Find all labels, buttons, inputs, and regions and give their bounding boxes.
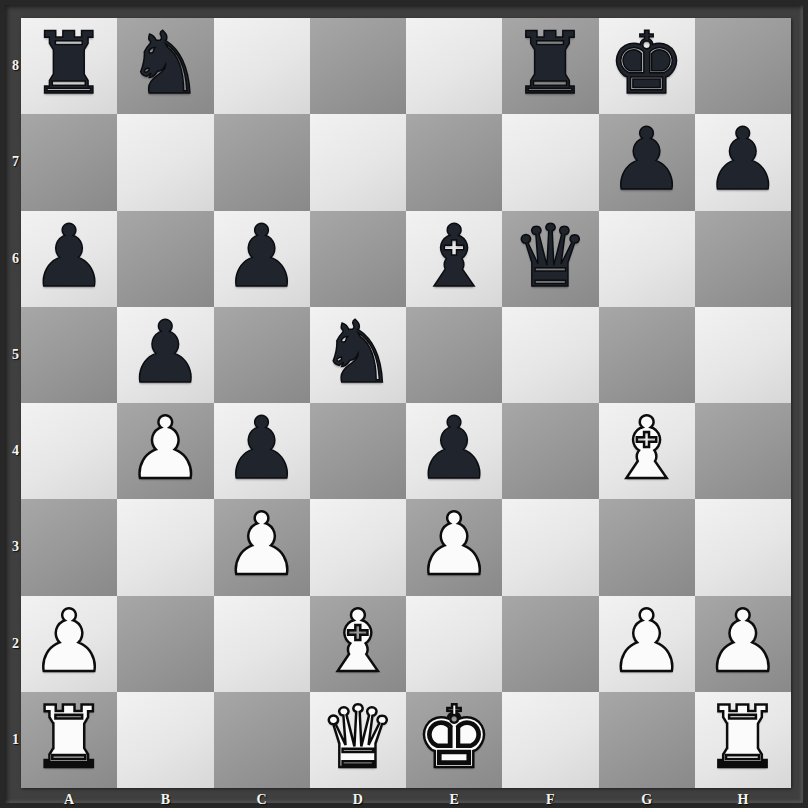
file-label-d: D xyxy=(310,788,406,808)
square-c4[interactable]: ♟ xyxy=(214,403,310,499)
square-g4[interactable]: ♝ xyxy=(599,403,695,499)
square-h7[interactable]: ♟ xyxy=(695,114,791,210)
square-b4[interactable]: ♟ xyxy=(117,403,213,499)
rank-label-3: 3 xyxy=(5,499,26,595)
white-king-e1: ♚ xyxy=(416,692,493,785)
file-label-c: C xyxy=(214,788,310,808)
white-pawn-c3: ♟ xyxy=(223,499,300,592)
chess-board: ♜♞♜♚♟♟♟♟♝♛♟♞♟♟♟♝♟♟♟♝♟♟♜♛♚♜87654321ABCDEF… xyxy=(21,18,791,788)
square-a4[interactable] xyxy=(21,403,117,499)
square-b3[interactable] xyxy=(117,499,213,595)
file-label-h: H xyxy=(695,788,791,808)
rank-label-6: 6 xyxy=(5,211,26,307)
white-bishop-d2: ♝ xyxy=(319,596,396,689)
square-f3[interactable] xyxy=(502,499,598,595)
square-e2[interactable] xyxy=(406,596,502,692)
square-a5[interactable] xyxy=(21,307,117,403)
square-c2[interactable] xyxy=(214,596,310,692)
square-h6[interactable] xyxy=(695,211,791,307)
square-h1[interactable]: ♜ xyxy=(695,692,791,788)
square-f4[interactable] xyxy=(502,403,598,499)
black-knight-d5: ♞ xyxy=(319,307,396,400)
square-h8[interactable] xyxy=(695,18,791,114)
square-g8[interactable]: ♚ xyxy=(599,18,695,114)
square-a8[interactable]: ♜ xyxy=(21,18,117,114)
square-a2[interactable]: ♟ xyxy=(21,596,117,692)
square-b5[interactable]: ♟ xyxy=(117,307,213,403)
white-bishop-g4: ♝ xyxy=(608,403,685,496)
square-e6[interactable]: ♝ xyxy=(406,211,502,307)
square-d1[interactable]: ♛ xyxy=(310,692,406,788)
white-pawn-b4: ♟ xyxy=(127,403,204,496)
file-label-e: E xyxy=(406,788,502,808)
square-b2[interactable] xyxy=(117,596,213,692)
square-b8[interactable]: ♞ xyxy=(117,18,213,114)
square-f7[interactable] xyxy=(502,114,598,210)
square-h4[interactable] xyxy=(695,403,791,499)
square-g6[interactable] xyxy=(599,211,695,307)
rank-label-5: 5 xyxy=(5,307,26,403)
white-pawn-e3: ♟ xyxy=(416,499,493,592)
black-bishop-e6: ♝ xyxy=(416,211,493,304)
square-c5[interactable] xyxy=(214,307,310,403)
square-h2[interactable]: ♟ xyxy=(695,596,791,692)
square-d5[interactable]: ♞ xyxy=(310,307,406,403)
file-label-a: A xyxy=(21,788,117,808)
black-pawn-c6: ♟ xyxy=(223,211,300,304)
square-c1[interactable] xyxy=(214,692,310,788)
file-label-g: G xyxy=(599,788,695,808)
black-pawn-e4: ♟ xyxy=(416,403,493,496)
square-a1[interactable]: ♜ xyxy=(21,692,117,788)
square-f5[interactable] xyxy=(502,307,598,403)
square-d7[interactable] xyxy=(310,114,406,210)
square-h3[interactable] xyxy=(695,499,791,595)
square-b1[interactable] xyxy=(117,692,213,788)
file-label-b: B xyxy=(117,788,213,808)
black-knight-b8: ♞ xyxy=(127,18,204,111)
white-pawn-g2: ♟ xyxy=(608,596,685,689)
square-e1[interactable]: ♚ xyxy=(406,692,502,788)
square-e3[interactable]: ♟ xyxy=(406,499,502,595)
square-e7[interactable] xyxy=(406,114,502,210)
white-pawn-h2: ♟ xyxy=(704,596,781,689)
black-pawn-a6: ♟ xyxy=(31,211,108,304)
black-king-g8: ♚ xyxy=(608,18,685,111)
square-g7[interactable]: ♟ xyxy=(599,114,695,210)
square-c8[interactable] xyxy=(214,18,310,114)
white-rook-h1: ♜ xyxy=(704,692,781,785)
square-a7[interactable] xyxy=(21,114,117,210)
white-queen-d1: ♛ xyxy=(319,692,396,785)
square-g1[interactable] xyxy=(599,692,695,788)
square-d6[interactable] xyxy=(310,211,406,307)
square-d2[interactable]: ♝ xyxy=(310,596,406,692)
rank-label-1: 1 xyxy=(5,692,26,788)
square-f1[interactable] xyxy=(502,692,598,788)
square-g5[interactable] xyxy=(599,307,695,403)
rank-label-8: 8 xyxy=(5,18,26,114)
square-a6[interactable]: ♟ xyxy=(21,211,117,307)
square-b6[interactable] xyxy=(117,211,213,307)
square-c6[interactable]: ♟ xyxy=(214,211,310,307)
square-f2[interactable] xyxy=(502,596,598,692)
white-pawn-a2: ♟ xyxy=(31,596,108,689)
black-rook-f8: ♜ xyxy=(512,18,589,111)
square-a3[interactable] xyxy=(21,499,117,595)
square-d3[interactable] xyxy=(310,499,406,595)
white-rook-a1: ♜ xyxy=(31,692,108,785)
square-f6[interactable]: ♛ xyxy=(502,211,598,307)
square-d8[interactable] xyxy=(310,18,406,114)
square-g2[interactable]: ♟ xyxy=(599,596,695,692)
black-pawn-c4: ♟ xyxy=(223,403,300,496)
square-c3[interactable]: ♟ xyxy=(214,499,310,595)
black-pawn-b5: ♟ xyxy=(127,307,204,400)
square-e5[interactable] xyxy=(406,307,502,403)
square-g3[interactable] xyxy=(599,499,695,595)
black-pawn-g7: ♟ xyxy=(608,114,685,207)
square-b7[interactable] xyxy=(117,114,213,210)
black-rook-a8: ♜ xyxy=(31,18,108,111)
rank-label-7: 7 xyxy=(5,114,26,210)
square-h5[interactable] xyxy=(695,307,791,403)
chess-board-frame: ♜♞♜♚♟♟♟♟♝♛♟♞♟♟♟♝♟♟♟♝♟♟♜♛♚♜87654321ABCDEF… xyxy=(0,0,808,808)
rank-label-2: 2 xyxy=(5,596,26,692)
square-f8[interactable]: ♜ xyxy=(502,18,598,114)
square-e8[interactable] xyxy=(406,18,502,114)
square-c7[interactable] xyxy=(214,114,310,210)
black-pawn-h7: ♟ xyxy=(704,114,781,207)
black-queen-f6: ♛ xyxy=(512,211,589,304)
file-label-f: F xyxy=(502,788,598,808)
rank-label-4: 4 xyxy=(5,403,26,499)
square-e4[interactable]: ♟ xyxy=(406,403,502,499)
square-d4[interactable] xyxy=(310,403,406,499)
